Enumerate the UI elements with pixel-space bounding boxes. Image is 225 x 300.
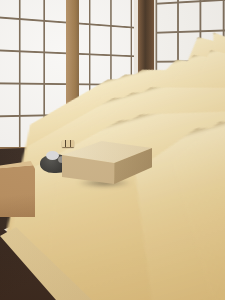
piece-box — [62, 140, 152, 184]
lid-piece — [62, 140, 74, 147]
shogi-room-photo: 歩兵歩兵香車歩兵歩兵歩兵銀将歩兵桂馬銀将金将玉将歩兵歩兵歩兵飛車 — [0, 0, 225, 300]
wooden-side-box — [0, 161, 35, 217]
